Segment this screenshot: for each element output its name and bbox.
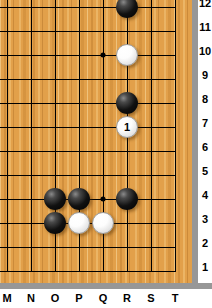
col-label-Q: Q	[96, 292, 110, 304]
col-label-O: O	[48, 292, 62, 304]
go-board[interactable]: 1	[0, 0, 192, 283]
star-point-Q10	[101, 53, 106, 58]
row-label-1: 1	[198, 261, 212, 273]
row-label-7: 7	[198, 117, 212, 129]
stone-black-P4	[68, 188, 90, 210]
move-number-label: 1	[124, 122, 130, 133]
stone-black-O3	[44, 212, 66, 234]
col-label-T: T	[168, 292, 182, 304]
col-label-P: P	[72, 292, 86, 304]
col-label-M: M	[0, 292, 14, 304]
column-coordinate-labels: MNOPQRST	[0, 289, 212, 308]
stone-white-Q3	[92, 212, 114, 234]
go-board-panel: 1 121110987654321 MNOPQRST	[0, 0, 212, 308]
col-label-R: R	[120, 292, 134, 304]
stone-white-R7: 1	[116, 116, 138, 138]
col-label-N: N	[24, 292, 38, 304]
board-grid	[0, 0, 176, 272]
stone-black-R4	[116, 188, 138, 210]
row-label-5: 5	[198, 165, 212, 177]
stone-white-P3	[68, 212, 90, 234]
stone-white-R10	[116, 44, 138, 66]
row-label-3: 3	[198, 213, 212, 225]
row-label-11: 11	[198, 21, 212, 33]
row-label-4: 4	[198, 189, 212, 201]
row-coordinate-labels: 121110987654321	[198, 0, 212, 283]
row-label-2: 2	[198, 237, 212, 249]
stone-black-O4	[44, 188, 66, 210]
star-point-Q4	[101, 197, 106, 202]
row-label-9: 9	[198, 69, 212, 81]
row-label-12: 12	[198, 0, 212, 9]
row-label-8: 8	[198, 93, 212, 105]
row-label-6: 6	[198, 141, 212, 153]
row-label-10: 10	[198, 45, 212, 57]
col-label-S: S	[144, 292, 158, 304]
stone-black-R8	[116, 92, 138, 114]
